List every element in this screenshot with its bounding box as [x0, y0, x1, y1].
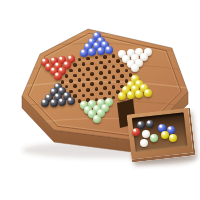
- drawer-marble-white[interactable]: [140, 139, 148, 147]
- hole[interactable]: [103, 65, 107, 69]
- hole[interactable]: [108, 70, 112, 74]
- hole[interactable]: [78, 78, 82, 82]
- hole[interactable]: [103, 86, 107, 90]
- hole[interactable]: [95, 66, 99, 70]
- drawer-marble-yellow[interactable]: [161, 131, 169, 139]
- drawer-marble-white[interactable]: [142, 130, 150, 138]
- hole[interactable]: [86, 57, 90, 61]
- scene: [0, 0, 200, 200]
- marble-yellow[interactable]: [118, 92, 126, 100]
- drawer-marble-yellow[interactable]: [169, 134, 177, 142]
- marble-blue[interactable]: [97, 47, 105, 55]
- hole[interactable]: [73, 63, 77, 67]
- hole[interactable]: [116, 80, 120, 84]
- hole[interactable]: [90, 82, 94, 86]
- drawer-marble-black[interactable]: [146, 120, 154, 128]
- marble-yellow[interactable]: [144, 89, 152, 97]
- drawer-cavity: [132, 112, 188, 152]
- drawer-marble-red[interactable]: [132, 128, 140, 136]
- hole[interactable]: [73, 74, 77, 78]
- hole[interactable]: [73, 84, 77, 88]
- hole[interactable]: [99, 81, 103, 85]
- hole[interactable]: [90, 62, 94, 66]
- marble-black[interactable]: [58, 98, 66, 106]
- hole[interactable]: [120, 74, 124, 78]
- hole[interactable]: [108, 91, 112, 95]
- hole[interactable]: [86, 88, 90, 92]
- hole[interactable]: [103, 55, 107, 59]
- hole[interactable]: [86, 78, 90, 82]
- hole[interactable]: [112, 75, 116, 79]
- hole[interactable]: [78, 68, 82, 72]
- marble-blue[interactable]: [80, 49, 88, 57]
- hole[interactable]: [116, 59, 120, 63]
- marble-green[interactable]: [93, 115, 101, 123]
- drawer-marble-green[interactable]: [150, 134, 158, 142]
- marble-black[interactable]: [50, 99, 58, 107]
- hole[interactable]: [69, 79, 73, 83]
- marble-yellow[interactable]: [127, 91, 135, 99]
- hole[interactable]: [116, 69, 120, 73]
- hole[interactable]: [61, 80, 65, 84]
- hole[interactable]: [86, 67, 90, 71]
- marble-black[interactable]: [67, 97, 75, 105]
- hole[interactable]: [99, 61, 103, 65]
- hole[interactable]: [99, 71, 103, 75]
- hole[interactable]: [90, 72, 94, 76]
- hole[interactable]: [95, 87, 99, 91]
